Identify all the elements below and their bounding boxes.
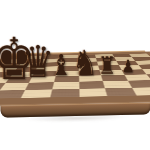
- piece-bishop: ♝: [50, 51, 71, 80]
- product-photo-chess-set: ♚♛♝♞♜♟: [0, 0, 150, 150]
- pieces-layer: ♚♛♝♞♜♟: [0, 0, 150, 150]
- piece-rook: ♜: [98, 54, 116, 78]
- piece-pawn: ♟: [122, 58, 135, 75]
- piece-queen: ♛: [22, 40, 54, 84]
- piece-knight: ♞: [72, 46, 98, 81]
